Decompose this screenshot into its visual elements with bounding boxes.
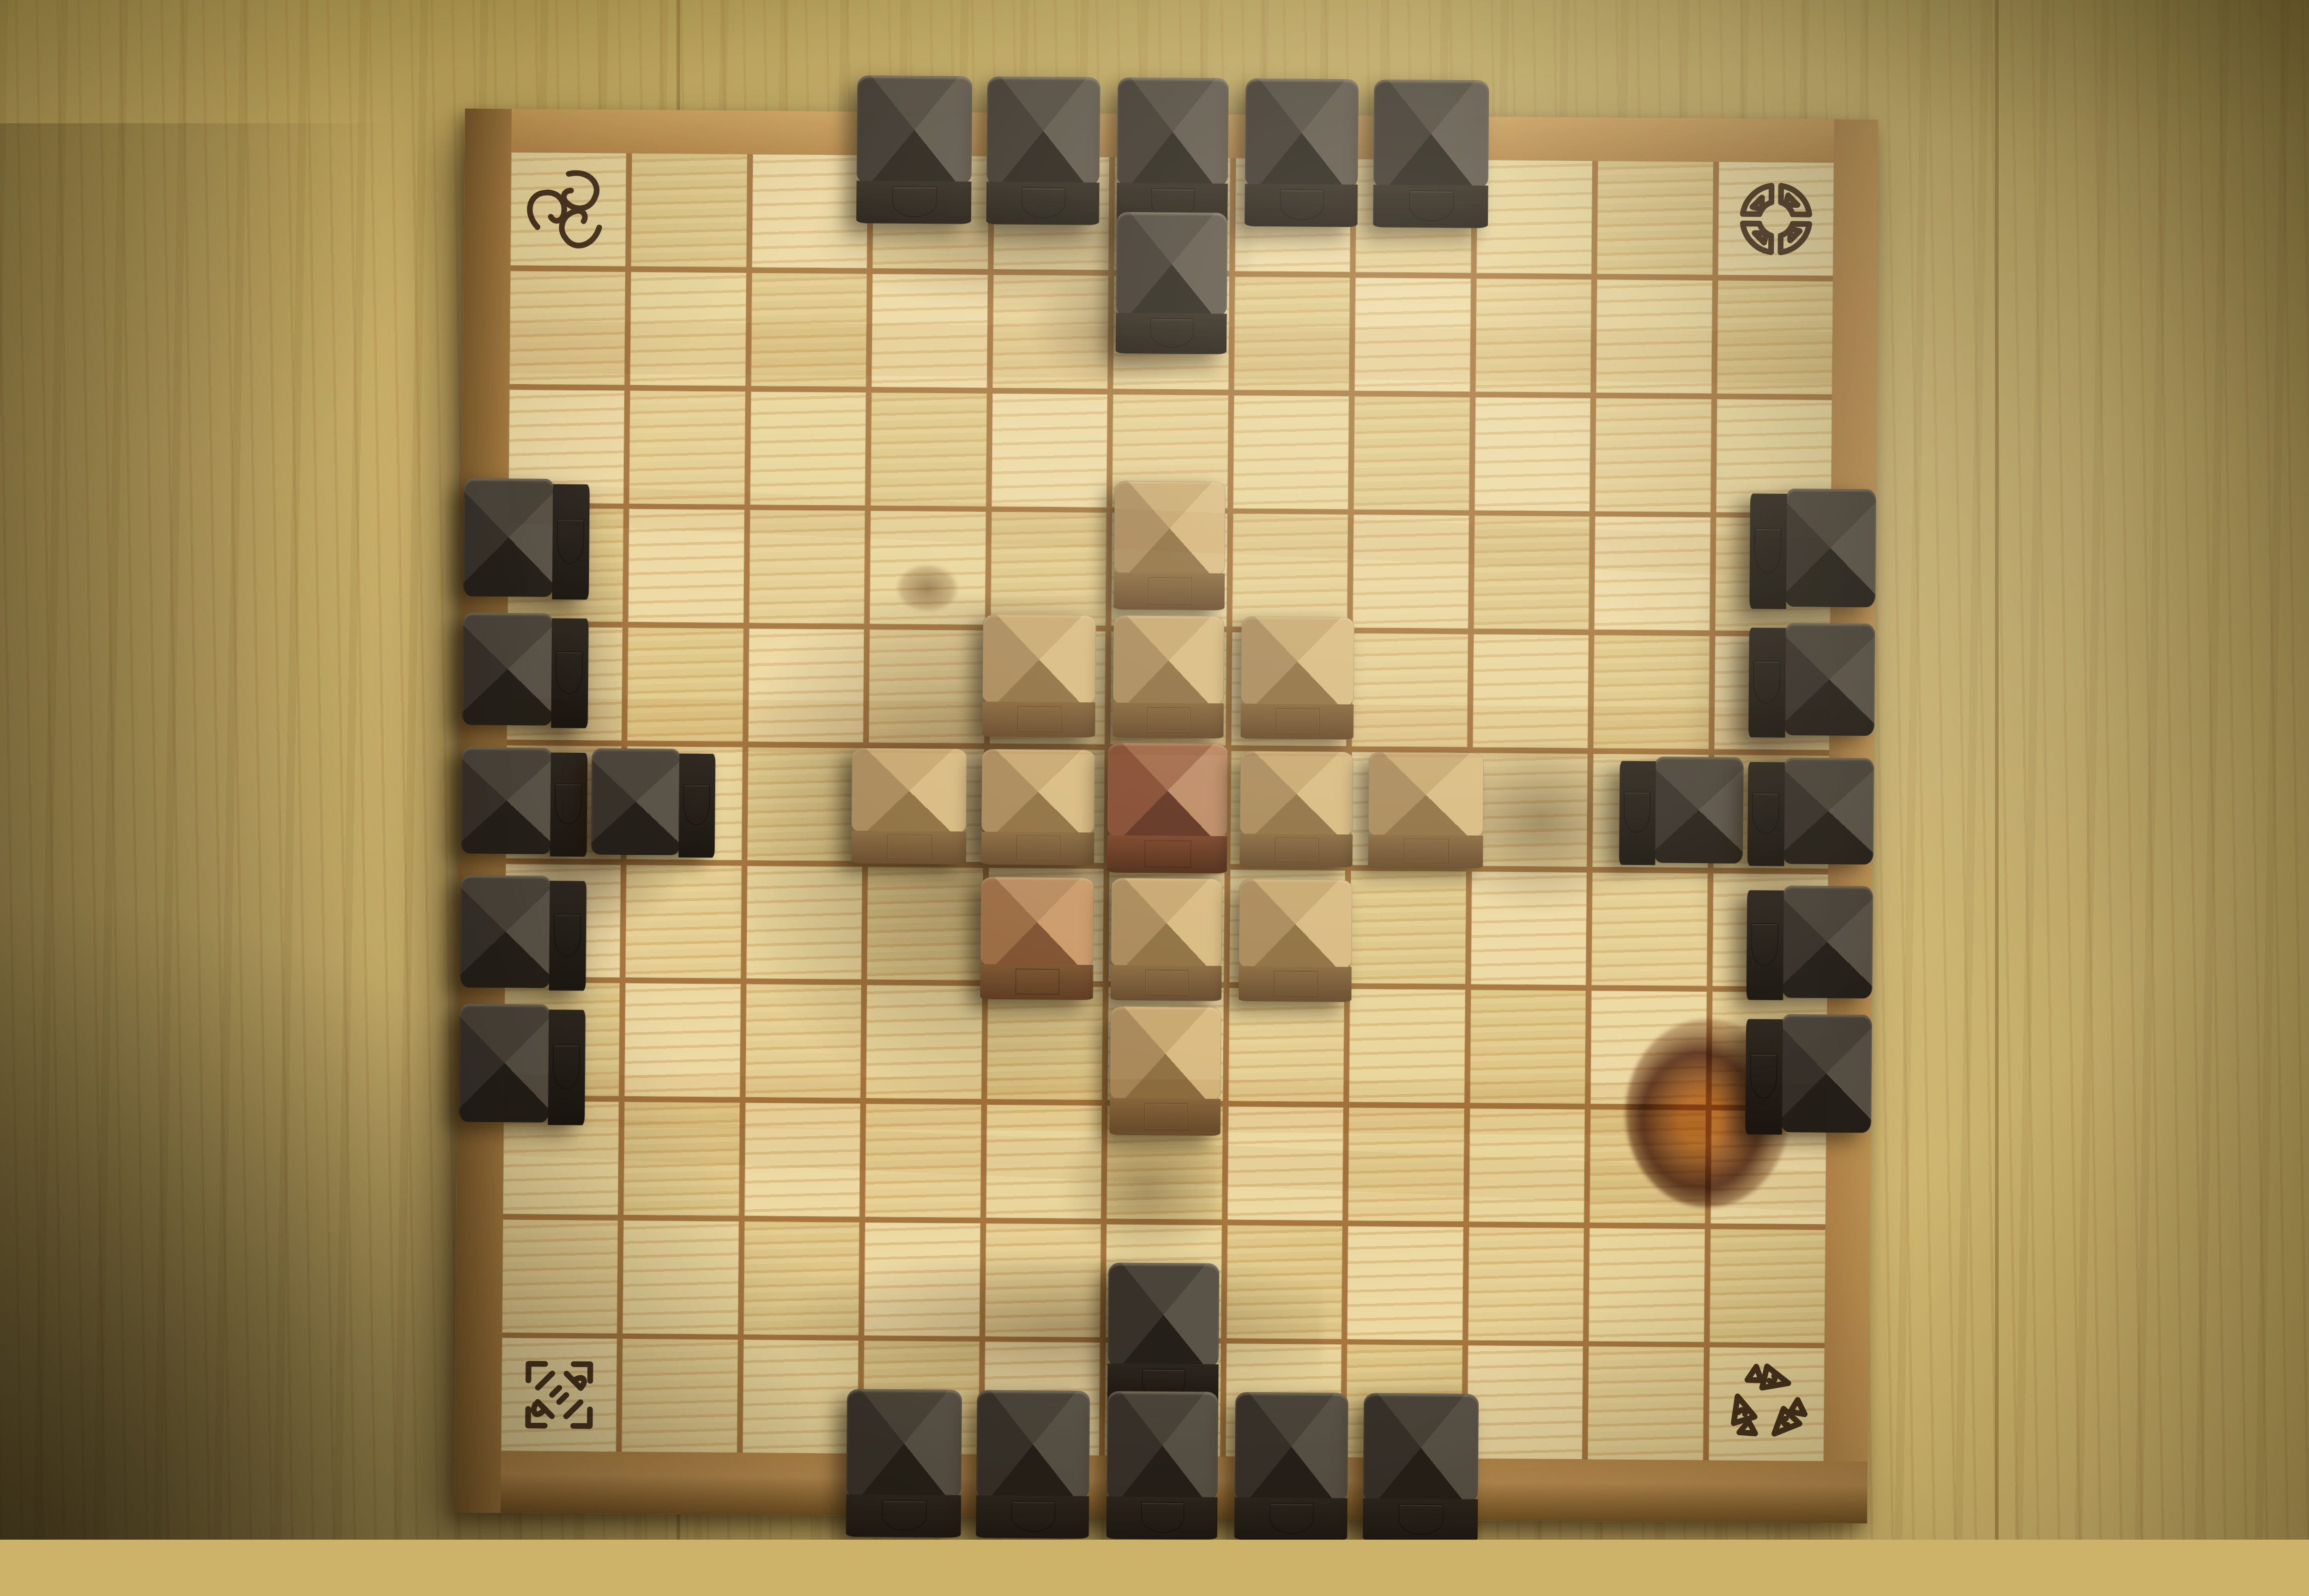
board-vignette xyxy=(454,109,1878,1523)
table-plank-seam xyxy=(1995,0,1999,1540)
hnefatafl-board xyxy=(454,109,1878,1523)
photo-stage xyxy=(0,0,2309,1540)
table-surface xyxy=(2078,0,2309,1540)
